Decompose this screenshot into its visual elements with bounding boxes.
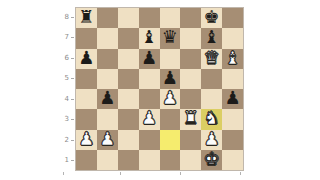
square-b5[interactable] [97,69,118,89]
square-g4[interactable] [201,89,222,109]
white-pawn: ♟ [99,130,115,148]
square-f6[interactable] [180,49,201,69]
rank-label-text: 1 [65,157,69,164]
square-f3[interactable]: ♜ [180,109,201,129]
square-d1[interactable] [139,150,160,170]
square-g7[interactable]: ♝ [201,28,222,48]
square-d3[interactable]: ♟ [139,109,160,129]
white-rook: ♜ [183,109,199,127]
square-e6[interactable] [160,49,181,69]
square-h8[interactable] [222,8,243,28]
square-h5[interactable] [222,69,243,89]
rank-label-8: 8 [46,7,74,28]
rank-label-6: 6 [46,48,74,69]
square-c7[interactable] [118,28,139,48]
square-f5[interactable] [180,69,201,89]
square-b1[interactable] [97,150,118,170]
square-c4[interactable] [118,89,139,109]
rank-label-text: 2 [65,137,69,144]
black-king: ♚ [204,8,220,26]
square-e2[interactable] [160,130,181,150]
rank-label-2: 2 [46,130,74,151]
square-e4[interactable]: ♟ [160,89,181,109]
rank-label-text: 4 [65,96,69,103]
square-h4[interactable]: ♟ [222,89,243,109]
square-c2[interactable] [118,130,139,150]
axis-tick [71,17,74,18]
square-c5[interactable] [118,69,139,89]
square-f4[interactable] [180,89,201,109]
square-f7[interactable] [180,28,201,48]
square-a7[interactable] [76,28,97,48]
square-a1[interactable] [76,150,97,170]
rank-labels: 87654321 [46,7,74,171]
axis-tick [71,78,74,79]
white-pawn: ♟ [162,89,178,107]
black-bishop: ♝ [141,28,157,46]
axis-tick [71,37,74,38]
square-c1[interactable] [118,150,139,170]
square-b8[interactable] [97,8,118,28]
square-b6[interactable] [97,49,118,69]
rank-label-text: 6 [65,55,69,62]
square-e8[interactable] [160,8,181,28]
black-bishop: ♝ [204,28,220,46]
square-c6[interactable] [118,49,139,69]
square-f2[interactable] [180,130,201,150]
square-a4[interactable] [76,89,97,109]
white-king: ♚ [204,150,220,168]
rank-label-text: 5 [65,75,69,82]
square-h1[interactable] [222,150,243,170]
rank-label-4: 4 [46,89,74,110]
square-h7[interactable] [222,28,243,48]
rank-label-text: 7 [65,34,69,41]
square-h3[interactable] [222,109,243,129]
white-bishop: ♝ [224,49,240,67]
square-d2[interactable] [139,130,160,150]
square-a2[interactable]: ♟ [76,130,97,150]
square-e7[interactable]: ♛ [160,28,181,48]
axis-tick [120,172,121,175]
rank-label-text: 8 [65,14,69,21]
square-g8[interactable]: ♚ [201,8,222,28]
rank-label-1: 1 [46,151,74,172]
axis-tick [180,172,181,175]
rank-label-text: 3 [65,116,69,123]
square-g5[interactable] [201,69,222,89]
square-d6[interactable]: ♟ [139,49,160,69]
square-c3[interactable] [118,109,139,129]
square-a5[interactable] [76,69,97,89]
axis-tick [71,160,74,161]
square-b4[interactable]: ♟ [97,89,118,109]
black-rook: ♜ [78,8,94,26]
square-b7[interactable] [97,28,118,48]
black-pawn: ♟ [99,89,115,107]
white-queen: ♛ [204,49,220,67]
black-pawn: ♟ [162,69,178,87]
square-f8[interactable] [180,8,201,28]
square-g2[interactable]: ♟ [201,130,222,150]
square-a8[interactable]: ♜ [76,8,97,28]
rank-label-5: 5 [46,69,74,90]
square-e5[interactable]: ♟ [160,69,181,89]
square-a3[interactable] [76,109,97,129]
square-d8[interactable] [139,8,160,28]
white-pawn: ♟ [204,130,220,148]
square-d5[interactable] [139,69,160,89]
square-b3[interactable] [97,109,118,129]
chess-board: ♜♚♝♛♝♟♟♛♝♟♟♟♟♟♜♞♟♟♟♚ [75,7,244,171]
square-d4[interactable] [139,89,160,109]
rank-label-3: 3 [46,110,74,131]
square-e3[interactable] [160,109,181,129]
axis-tick [71,119,74,120]
square-g3[interactable]: ♞ [201,109,222,129]
black-pawn: ♟ [141,49,157,67]
rank-label-7: 7 [46,28,74,49]
axis-tick [71,99,74,100]
square-g1[interactable]: ♚ [201,150,222,170]
square-h6[interactable]: ♝ [222,49,243,69]
axis-tick [71,58,74,59]
black-pawn: ♟ [78,49,94,67]
chess-diagram: 87654321 ♜♚♝♛♝♟♟♛♝♟♟♟♟♟♜♞♟♟♟♚ [0,0,320,180]
white-knight: ♞ [204,109,220,127]
square-a6[interactable]: ♟ [76,49,97,69]
square-c8[interactable] [118,8,139,28]
white-pawn: ♟ [141,109,157,127]
square-b2[interactable]: ♟ [97,130,118,150]
square-g6[interactable]: ♛ [201,49,222,69]
square-h2[interactable] [222,130,243,150]
black-queen: ♛ [162,28,178,46]
square-e1[interactable] [160,150,181,170]
black-pawn: ♟ [224,89,240,107]
axis-tick [63,172,64,175]
square-f1[interactable] [180,150,201,170]
axis-tick [71,140,74,141]
axis-tick [240,172,241,175]
square-d7[interactable]: ♝ [139,28,160,48]
white-pawn: ♟ [78,130,94,148]
